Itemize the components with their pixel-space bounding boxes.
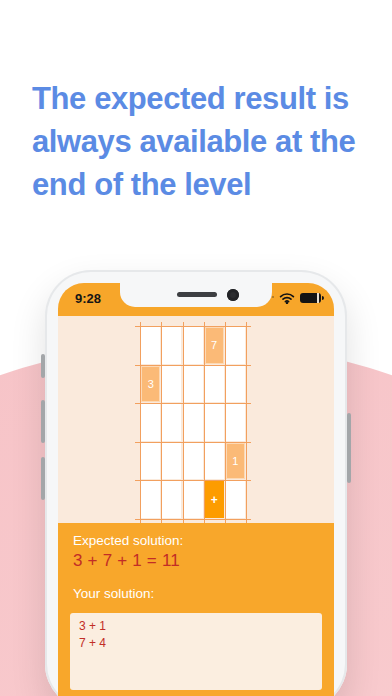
- grid-cell[interactable]: [184, 366, 203, 403]
- wifi-icon: [279, 292, 295, 304]
- puzzle-piece[interactable]: 7: [205, 327, 224, 364]
- phone-mute-switch: [41, 354, 45, 378]
- grid-cell[interactable]: [184, 404, 203, 441]
- grid-cell[interactable]: [162, 366, 181, 403]
- your-solution-label: Your solution:: [73, 586, 154, 601]
- grid-cell[interactable]: [162, 327, 181, 364]
- grid-cell[interactable]: [162, 443, 181, 480]
- page-title: The expected result is always available …: [32, 77, 372, 206]
- grid-cell[interactable]: [184, 481, 203, 518]
- battery-icon: [300, 293, 321, 304]
- headline-line-1: The expected result is: [32, 77, 372, 120]
- puzzle-piece[interactable]: +: [205, 481, 224, 518]
- phone-screen: 9:28 731+: [58, 283, 334, 696]
- grid-cell[interactable]: [226, 366, 245, 403]
- headline-line-2: always available at the: [32, 120, 372, 163]
- speaker-icon: [177, 292, 217, 297]
- screenshot-canvas: The expected result is always available …: [0, 0, 392, 696]
- grid-cell[interactable]: [162, 481, 181, 518]
- your-solution-line: 3 + 1: [79, 618, 313, 635]
- grid-cell[interactable]: [226, 481, 245, 518]
- your-solution-line: 7 + 4: [79, 635, 313, 652]
- grid-cell[interactable]: [141, 404, 160, 441]
- phone-volume-down-button: [41, 457, 45, 500]
- grid-cell[interactable]: [162, 404, 181, 441]
- status-time: 9:28: [75, 291, 101, 306]
- grid-cell[interactable]: [141, 443, 160, 480]
- phone-power-button: [347, 413, 351, 483]
- grid-cell[interactable]: [205, 404, 224, 441]
- puzzle-piece[interactable]: 1: [226, 443, 245, 480]
- expected-solution-label: Expected solution:: [73, 533, 183, 548]
- headline-line-3: end of the level: [32, 163, 372, 206]
- puzzle-grid: 731+: [135, 322, 251, 523]
- phone-notch: [120, 283, 272, 307]
- your-solution-box: 3 + 1 7 + 4: [70, 613, 322, 690]
- grid-cell[interactable]: [184, 327, 203, 364]
- solution-panel: Expected solution: 3 + 7 + 1 = 11 Your s…: [58, 523, 334, 696]
- grid-line-horizontal: [135, 519, 251, 520]
- grid-cell[interactable]: [205, 366, 224, 403]
- grid-cell[interactable]: [184, 443, 203, 480]
- grid-cell[interactable]: [226, 327, 245, 364]
- phone-mockup: 9:28 731+: [45, 270, 347, 696]
- phone-volume-up-button: [41, 400, 45, 443]
- puzzle-board-area: 731+: [58, 316, 334, 523]
- grid-cell[interactable]: [205, 443, 224, 480]
- grid-line-vertical: [246, 322, 247, 523]
- grid-cell[interactable]: [141, 481, 160, 518]
- expected-solution-equation: 3 + 7 + 1 = 11: [73, 551, 180, 571]
- status-bar: 9:28: [58, 283, 334, 316]
- grid-cell[interactable]: [226, 404, 245, 441]
- puzzle-piece[interactable]: 3: [141, 366, 160, 403]
- grid-cell[interactable]: [141, 327, 160, 364]
- camera-icon: [227, 289, 239, 301]
